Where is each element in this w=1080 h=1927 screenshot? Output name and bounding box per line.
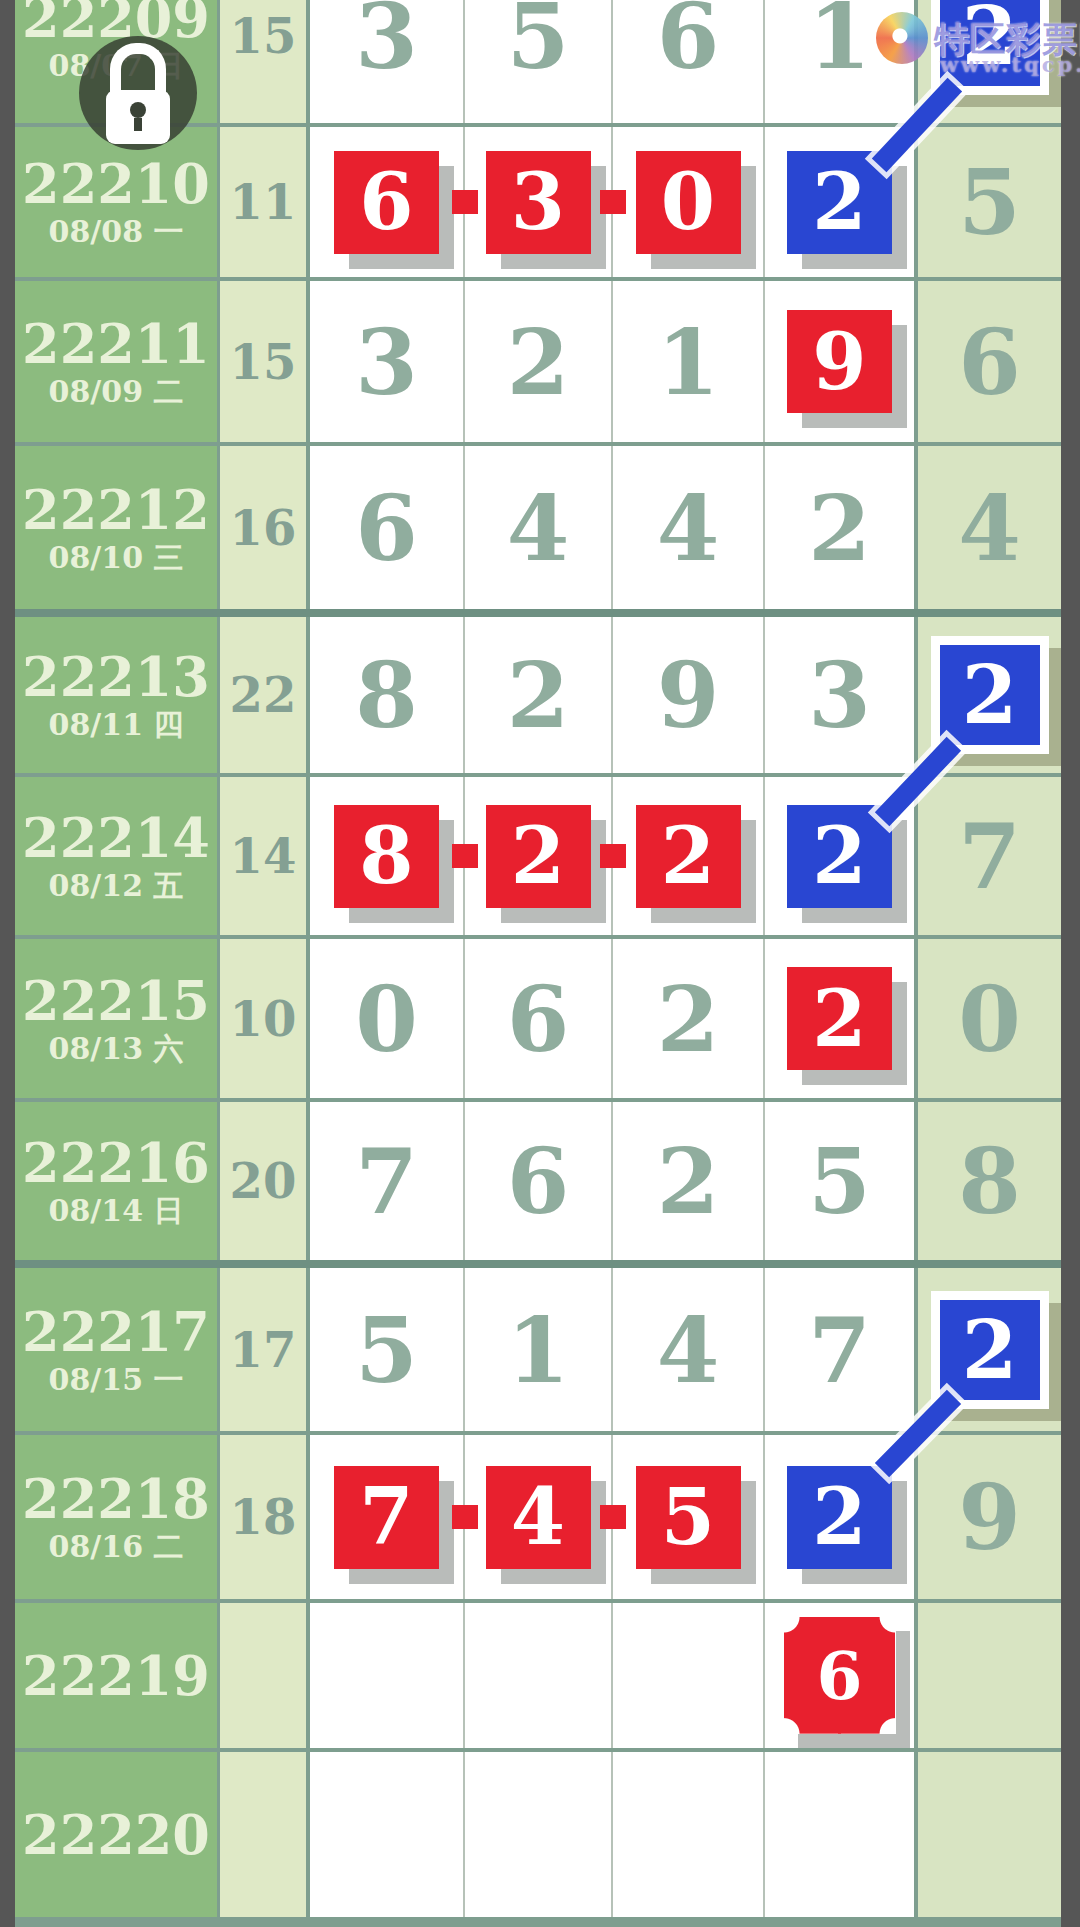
sum-cell: 14: [220, 777, 310, 935]
digit-cell: [613, 1603, 765, 1748]
period-date: 08/14 日: [49, 1196, 184, 1226]
result-cell: 4: [918, 446, 1061, 609]
digit-cell: 5: [310, 1268, 465, 1431]
period-date: 08/11 四: [49, 710, 184, 740]
sum-cell: 22: [220, 617, 310, 773]
period-cell: 22217 08/15 一: [15, 1268, 220, 1431]
result-highlight-box: 2: [931, 0, 1049, 95]
table-row: 22220: [15, 1752, 1061, 1917]
digit-cell: 7: [310, 1102, 465, 1260]
sum-cell: 18: [220, 1435, 310, 1599]
digit-cell: 9: [613, 617, 765, 773]
highlight-box-red: 2: [636, 805, 741, 908]
highlight-box-red: 6: [334, 151, 439, 254]
digit-cell: 2: [613, 939, 765, 1098]
period-number: 22211: [22, 317, 210, 371]
period-number: 22219: [22, 1649, 210, 1703]
highlight-box-red: 2: [787, 967, 892, 1070]
digit-cell: 4: [613, 446, 765, 609]
result-cell: 0: [918, 939, 1061, 1098]
period-wrap: 22220: [22, 1808, 210, 1862]
period-date: 08/08 一: [49, 217, 184, 247]
period-wrap: 22219: [22, 1649, 210, 1703]
digit-cell: 4: [465, 446, 613, 609]
highlight-box-red: 9: [787, 310, 892, 413]
digit-cell: 6: [613, 0, 765, 123]
period-date: 08/09 二: [49, 377, 184, 407]
highlight-box-blue: 2: [787, 805, 892, 908]
result-cell: 2: [918, 1268, 1061, 1431]
digit-cell: 2: [465, 777, 613, 935]
highlight-box-red: 8: [334, 805, 439, 908]
period-number: 22213: [22, 650, 210, 704]
period-cell: 22219: [15, 1603, 220, 1748]
period-number: 22214: [22, 811, 210, 865]
highlight-box-red: 3: [486, 151, 591, 254]
period-wrap: 22218 08/16 二: [22, 1472, 210, 1562]
period-cell: 22220: [15, 1752, 220, 1917]
digit-cell: [465, 1603, 613, 1748]
digit-cell: 5: [613, 1435, 765, 1599]
period-number: 22220: [22, 1808, 210, 1862]
digit-cell: 6: [465, 939, 613, 1098]
digit-cell: 1: [465, 1268, 613, 1431]
digit-cell: 6: [310, 127, 465, 277]
digit-cell: 3: [310, 0, 465, 123]
table-row: 22211 08/09 二 15 3 2 1 9 6: [15, 281, 1061, 446]
digit-cell: 2: [465, 617, 613, 773]
period-number: 22216: [22, 1136, 210, 1190]
result-cell: 6: [918, 281, 1061, 442]
sum-cell: 11: [220, 127, 310, 277]
result-cell: 5: [918, 127, 1061, 277]
period-number: 22210: [22, 157, 210, 211]
digit-cell: 2: [613, 777, 765, 935]
red-dash-connector: [600, 190, 626, 214]
table-row: 22214 08/12 五 14 8 2 2 2 7: [15, 777, 1061, 939]
digit-cell: [310, 1752, 465, 1917]
table-row: 22210 08/08 一 11 6 3 0 2 5: [15, 127, 1061, 281]
period-cell: 22212 08/10 三: [15, 446, 220, 609]
sum-cell: 17: [220, 1268, 310, 1431]
digit-cell: 6: [465, 1102, 613, 1260]
lottery-trend-chart: 22209 08/07 日 15 3 5 6 1 2 22210 08/08 一…: [0, 0, 1080, 1927]
period-cell: 22213 08/11 四: [15, 617, 220, 773]
digit-cell: 2: [765, 777, 918, 935]
digit-cell: 7: [765, 1268, 918, 1431]
result-cell: 9: [918, 1435, 1061, 1599]
digit-cell: [465, 1752, 613, 1917]
period-wrap: 22212 08/10 三: [22, 483, 210, 573]
digit-cell: 2: [765, 127, 918, 277]
sum-cell: [220, 1752, 310, 1917]
digit-cell: 0: [613, 127, 765, 277]
table-row: 22215 08/13 六 10 0 6 2 2 0: [15, 939, 1061, 1102]
highlight-box-red: 7: [334, 1466, 439, 1569]
period-date: 08/15 一: [49, 1365, 184, 1395]
table-row: 22212 08/10 三 16 6 4 4 2 4: [15, 446, 1061, 617]
period-cell: 22214 08/12 五: [15, 777, 220, 935]
digit-cell: 6: [310, 446, 465, 609]
digit-cell: [765, 1752, 918, 1917]
red-dash-connector: [600, 844, 626, 868]
digit-cell: 4: [613, 1268, 765, 1431]
digit-cell: 4: [465, 1435, 613, 1599]
period-wrap: 22213 08/11 四: [22, 650, 210, 740]
result-cell: [918, 1752, 1061, 1917]
digit-cell: 8: [310, 777, 465, 935]
period-date: 08/10 三: [49, 543, 184, 573]
digit-cell: 5: [765, 1102, 918, 1260]
lock-keyhole: [130, 102, 146, 118]
digit-cell: 9: [765, 281, 918, 442]
lock-body-icon: [106, 90, 170, 144]
period-wrap: 22214 08/12 五: [22, 811, 210, 901]
period-cell: 22211 08/09 二: [15, 281, 220, 442]
trend-table: 22209 08/07 日 15 3 5 6 1 2 22210 08/08 一…: [15, 0, 1061, 1927]
digit-cell: 3: [465, 127, 613, 277]
highlight-box-red: 4: [486, 1466, 591, 1569]
digit-cell: 0: [310, 939, 465, 1098]
period-number: 22218: [22, 1472, 210, 1526]
period-cell: 22216 08/14 日: [15, 1102, 220, 1260]
period-number: 22212: [22, 483, 210, 537]
digit-cell: 3: [765, 617, 918, 773]
digit-cell: 2: [765, 939, 918, 1098]
table-row: 22219 6: [15, 1603, 1061, 1752]
period-date: 08/13 六: [49, 1034, 184, 1064]
digit-cell: 1: [765, 0, 918, 123]
red-dash-connector: [600, 1505, 626, 1529]
digit-cell: 7: [310, 1435, 465, 1599]
sum-cell: 15: [220, 281, 310, 442]
period-cell: 22215 08/13 六: [15, 939, 220, 1098]
lock-button[interactable]: [79, 36, 197, 150]
red-dash-connector: [452, 190, 478, 214]
digit-cell: 2: [613, 1102, 765, 1260]
sum-cell: 10: [220, 939, 310, 1098]
result-cell: [918, 1603, 1061, 1748]
period-wrap: 22211 08/09 二: [22, 317, 210, 407]
table-row: 22218 08/16 二 18 7 4 5 2 9: [15, 1435, 1061, 1603]
sum-cell: 16: [220, 446, 310, 609]
digit-cell: [310, 1603, 465, 1748]
period-number: 22215: [22, 974, 210, 1028]
digit-cell: 1: [613, 281, 765, 442]
digit-cell: 2: [465, 281, 613, 442]
result-highlight-box: 2: [931, 636, 1049, 754]
highlight-box-blue: 2: [787, 1466, 892, 1569]
digit-cell: 8: [310, 617, 465, 773]
period-date: 08/12 五: [49, 871, 184, 901]
red-dash-connector: [452, 844, 478, 868]
result-cell: 2: [918, 617, 1061, 773]
result-cell: 8: [918, 1102, 1061, 1260]
period-cell: 22210 08/08 一: [15, 127, 220, 277]
digit-cell: 2: [765, 446, 918, 609]
period-number: 22209: [22, 0, 210, 45]
period-cell: 22218 08/16 二: [15, 1435, 220, 1599]
lock-shackle-icon: [110, 43, 166, 94]
digit-cell: 5: [465, 0, 613, 123]
period-wrap: 22215 08/13 六: [22, 974, 210, 1064]
lock-keystem: [134, 118, 142, 131]
period-number: 22217: [22, 1305, 210, 1359]
sum-cell: 15: [220, 0, 310, 123]
sum-cell: [220, 1603, 310, 1748]
period-date: 08/16 二: [49, 1532, 184, 1562]
highlight-box-blue: 2: [787, 151, 892, 254]
highlight-box-red: 0: [636, 151, 741, 254]
red-plaque-badge: 6: [784, 1617, 896, 1734]
highlight-box-red: 2: [486, 805, 591, 908]
result-cell: 7: [918, 777, 1061, 935]
digit-cell: [613, 1752, 765, 1917]
table-row: 22217 08/15 一 17 5 1 4 7 2: [15, 1268, 1061, 1435]
period-wrap: 22217 08/15 一: [22, 1305, 210, 1395]
sum-cell: 20: [220, 1102, 310, 1260]
red-dash-connector: [452, 1505, 478, 1529]
highlight-box-red: 5: [636, 1466, 741, 1569]
result-cell: 2: [918, 0, 1061, 123]
period-wrap: 22216 08/14 日: [22, 1136, 210, 1226]
digit-cell: 2: [765, 1435, 918, 1599]
table-row: 22213 08/11 四 22 8 2 9 3 2: [15, 617, 1061, 777]
period-wrap: 22210 08/08 一: [22, 157, 210, 247]
digit-cell: 3: [310, 281, 465, 442]
result-highlight-box: 2: [931, 1291, 1049, 1409]
table-row: 22216 08/14 日 20 7 6 2 5 8: [15, 1102, 1061, 1268]
digit-cell: 6: [765, 1603, 918, 1748]
